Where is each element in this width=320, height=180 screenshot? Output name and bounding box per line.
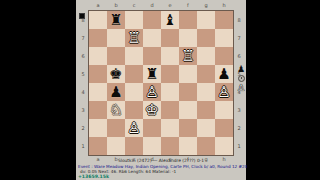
- square-b2[interactable]: [107, 119, 125, 137]
- square-g1[interactable]: [197, 137, 215, 155]
- square-c5[interactable]: [125, 65, 143, 83]
- square-f7[interactable]: [179, 29, 197, 47]
- square-a5[interactable]: [89, 65, 107, 83]
- rank-label-7: 7: [236, 29, 242, 47]
- square-d2[interactable]: [143, 119, 161, 137]
- rank-label-1: 1: [80, 137, 86, 155]
- square-g6[interactable]: [197, 47, 215, 65]
- square-h6[interactable]: [215, 47, 233, 65]
- black-rook-b8[interactable]: ♜: [109, 11, 122, 29]
- players-caption: Sloutkin (2472) — Alexandre (2???) 0-1: [76, 158, 246, 163]
- square-g5[interactable]: [197, 65, 215, 83]
- square-a1[interactable]: [89, 137, 107, 155]
- square-c7[interactable]: ♖: [125, 29, 143, 47]
- square-h4[interactable]: ♙: [215, 83, 233, 101]
- square-f4[interactable]: [179, 83, 197, 101]
- black-king-b5[interactable]: ♚: [109, 65, 122, 83]
- square-b8[interactable]: ♜: [107, 11, 125, 29]
- square-a8[interactable]: [89, 11, 107, 29]
- board-panel: abcdefgh abcdefgh 87654321 87654321 ♜♝♖♖…: [76, 0, 246, 180]
- square-e5[interactable]: [161, 65, 179, 83]
- engine-nodes-caption: +13659.15k: [78, 174, 109, 179]
- captured-white-pawn-icon: ♙: [237, 83, 245, 93]
- square-c8[interactable]: [125, 11, 143, 29]
- square-f5[interactable]: [179, 65, 197, 83]
- rank-label-4: 4: [80, 83, 86, 101]
- square-g4[interactable]: [197, 83, 215, 101]
- square-d1[interactable]: [143, 137, 161, 155]
- white-rook-c7[interactable]: ♖: [127, 29, 140, 47]
- rank-label-7: 7: [80, 29, 86, 47]
- square-c1[interactable]: [125, 137, 143, 155]
- square-g7[interactable]: [197, 29, 215, 47]
- rank-label-6: 6: [80, 47, 86, 65]
- square-h5[interactable]: ♟: [215, 65, 233, 83]
- rank-label-8: 8: [80, 11, 86, 29]
- square-d3[interactable]: ♔: [143, 101, 161, 119]
- square-e6[interactable]: [161, 47, 179, 65]
- white-king-d3[interactable]: ♔: [145, 101, 158, 119]
- square-g3[interactable]: [197, 101, 215, 119]
- white-rook-f6[interactable]: ♖: [181, 47, 194, 65]
- file-label-b: b: [107, 2, 125, 8]
- rank-label-6: 6: [236, 47, 242, 65]
- square-b7[interactable]: [107, 29, 125, 47]
- rank-label-2: 2: [236, 119, 242, 137]
- square-c3[interactable]: [125, 101, 143, 119]
- square-b6[interactable]: [107, 47, 125, 65]
- file-label-d: d: [143, 2, 161, 8]
- square-c2[interactable]: ♙: [125, 119, 143, 137]
- square-h2[interactable]: [215, 119, 233, 137]
- captured-black-pawn-icon: ♟: [237, 64, 245, 74]
- file-label-g: g: [197, 2, 215, 8]
- square-h1[interactable]: [215, 137, 233, 155]
- rank-labels-left: 87654321: [80, 11, 86, 155]
- rank-label-3: 3: [236, 101, 242, 119]
- square-d6[interactable]: [143, 47, 161, 65]
- square-a2[interactable]: [89, 119, 107, 137]
- black-rook-d5[interactable]: ♜: [145, 65, 158, 83]
- square-c4[interactable]: [125, 83, 143, 101]
- square-e4[interactable]: [161, 83, 179, 101]
- square-c6[interactable]: [125, 47, 143, 65]
- chess-board[interactable]: ♜♝♖♖♚♜♟♟♙♙♘♔♙: [88, 10, 234, 156]
- white-pawn-h4[interactable]: ♙: [217, 83, 230, 101]
- file-labels-top: abcdefgh: [88, 2, 234, 8]
- clock-icon: [238, 75, 245, 82]
- event-caption: Event : Ware Meadow Hay, Indian Opening,…: [78, 164, 246, 169]
- square-d4[interactable]: ♙: [143, 83, 161, 101]
- file-label-f: f: [179, 2, 197, 8]
- black-pawn-h5[interactable]: ♟: [217, 65, 230, 83]
- square-a4[interactable]: [89, 83, 107, 101]
- square-e8[interactable]: ♝: [161, 11, 179, 29]
- file-label-h: h: [215, 2, 233, 8]
- square-f3[interactable]: [179, 101, 197, 119]
- rank-label-5: 5: [80, 65, 86, 83]
- square-a6[interactable]: [89, 47, 107, 65]
- square-e2[interactable]: [161, 119, 179, 137]
- square-b4[interactable]: ♟: [107, 83, 125, 101]
- white-knight-b3[interactable]: ♘: [109, 101, 122, 119]
- square-b1[interactable]: [107, 137, 125, 155]
- rank-label-1: 1: [236, 137, 242, 155]
- square-b3[interactable]: ♘: [107, 101, 125, 119]
- square-h7[interactable]: [215, 29, 233, 47]
- square-e7[interactable]: [161, 29, 179, 47]
- rank-label-8: 8: [236, 11, 242, 29]
- rank-label-3: 3: [80, 101, 86, 119]
- black-pawn-b4[interactable]: ♟: [109, 83, 122, 101]
- square-h3[interactable]: [215, 101, 233, 119]
- file-label-a: a: [89, 2, 107, 8]
- black-bishop-e8[interactable]: ♝: [163, 11, 176, 29]
- square-e3[interactable]: [161, 101, 179, 119]
- file-label-e: e: [161, 2, 179, 8]
- square-h8[interactable]: [215, 11, 233, 29]
- rank-label-2: 2: [80, 119, 86, 137]
- white-pawn-c2[interactable]: ♙: [127, 119, 140, 137]
- square-d8[interactable]: [143, 11, 161, 29]
- square-d5[interactable]: ♜: [143, 65, 161, 83]
- square-a3[interactable]: [89, 101, 107, 119]
- square-f6[interactable]: ♖: [179, 47, 197, 65]
- square-b5[interactable]: ♚: [107, 65, 125, 83]
- square-a7[interactable]: [89, 29, 107, 47]
- square-f1[interactable]: [179, 137, 197, 155]
- material-tray: ♟ ♙: [236, 64, 246, 93]
- file-label-c: c: [125, 2, 143, 8]
- square-g8[interactable]: [197, 11, 215, 29]
- square-e1[interactable]: [161, 137, 179, 155]
- square-f2[interactable]: [179, 119, 197, 137]
- video-frame: { "game": "chess", "position": { "fen": …: [0, 0, 320, 180]
- white-pawn-d4[interactable]: ♙: [145, 83, 158, 101]
- square-d7[interactable]: [143, 29, 161, 47]
- square-g2[interactable]: [197, 119, 215, 137]
- square-f8[interactable]: [179, 11, 197, 29]
